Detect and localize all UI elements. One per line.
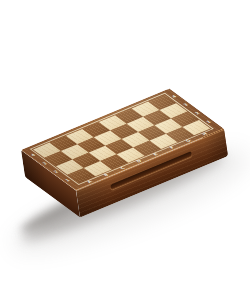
chess-box-product-photo: ABCDEFGH 4321 4321 xyxy=(0,0,250,289)
